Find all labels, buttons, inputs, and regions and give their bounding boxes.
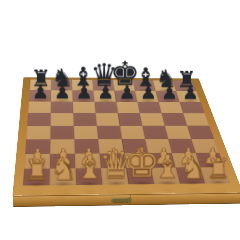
black-pawn[interactable]: ♟ — [182, 83, 199, 101]
square-c7[interactable]: ♟♟ — [72, 90, 94, 101]
square-a7[interactable]: ♟♟ — [29, 90, 51, 101]
square-e6[interactable] — [116, 102, 140, 114]
brass-clasp[interactable] — [111, 198, 129, 203]
square-c4[interactable] — [74, 126, 98, 139]
square-e4[interactable] — [120, 126, 145, 139]
board-front-edge — [13, 193, 240, 208]
white-bishop[interactable]: ♝ — [75, 152, 104, 184]
square-c1[interactable]: ♝♝ — [76, 168, 103, 185]
square-h7[interactable]: ♟♟ — [176, 91, 200, 102]
square-d5[interactable] — [96, 113, 120, 125]
black-pawn[interactable]: ♟ — [139, 83, 156, 102]
square-f6[interactable] — [137, 102, 161, 114]
black-pawn[interactable]: ♟ — [75, 82, 92, 101]
square-e5[interactable] — [118, 113, 143, 125]
square-g7[interactable]: ♟♟ — [156, 91, 180, 102]
white-rook[interactable]: ♜ — [23, 156, 49, 185]
square-e7[interactable]: ♟♟ — [114, 91, 137, 102]
square-d6[interactable] — [94, 102, 117, 114]
squares-grid: ♜♜♞♞♝♝♛♛♚♚♝♝♞♞♜♜♟♟♟♟♟♟♟♟♟♟♟♟♟♟♟♟♟♟♟♟♟♟♟♟… — [23, 80, 231, 186]
square-h5[interactable] — [183, 113, 209, 125]
board-top-face: ♜♜♞♞♝♝♛♛♚♚♝♝♞♞♜♜♟♟♟♟♟♟♟♟♟♟♟♟♟♟♟♟♟♟♟♟♟♟♟♟… — [13, 77, 240, 195]
square-c5[interactable] — [73, 113, 97, 126]
square-b1[interactable]: ♞♞ — [50, 169, 77, 186]
square-b4[interactable] — [50, 126, 74, 139]
square-a5[interactable] — [27, 113, 51, 126]
board-left-edge — [13, 77, 24, 206]
square-a1[interactable]: ♜♜ — [23, 169, 50, 186]
perspective-scene: ♜♜♞♞♝♝♛♛♚♚♝♝♞♞♜♜♟♟♟♟♟♟♟♟♟♟♟♟♟♟♟♟♟♟♟♟♟♟♟♟… — [0, 0, 240, 240]
square-b6[interactable] — [51, 101, 74, 113]
square-f7[interactable]: ♟♟ — [135, 91, 158, 102]
black-pawn[interactable]: ♟ — [161, 83, 178, 102]
white-rook[interactable]: ♜ — [205, 155, 230, 183]
square-b5[interactable] — [51, 113, 74, 126]
square-f5[interactable] — [140, 113, 165, 125]
black-pawn[interactable]: ♟ — [118, 82, 135, 101]
square-h6[interactable] — [180, 102, 205, 114]
square-a4[interactable] — [26, 126, 50, 139]
white-knight[interactable]: ♞ — [49, 153, 77, 184]
square-h4[interactable] — [187, 126, 214, 139]
square-c6[interactable] — [73, 101, 96, 113]
product-photo-stage: ♜♜♞♞♝♝♛♛♚♚♝♝♞♞♜♜♟♟♟♟♟♟♟♟♟♟♟♟♟♟♟♟♟♟♟♟♟♟♟♟… — [0, 0, 240, 240]
square-d4[interactable] — [97, 126, 122, 139]
chess-board: ♜♜♞♞♝♝♛♛♚♚♝♝♞♞♜♜♟♟♟♟♟♟♟♟♟♟♟♟♟♟♟♟♟♟♟♟♟♟♟♟… — [13, 77, 240, 195]
square-b7[interactable]: ♟♟ — [51, 90, 73, 101]
black-pawn[interactable]: ♟ — [97, 82, 114, 101]
square-a6[interactable] — [28, 101, 51, 113]
square-d7[interactable]: ♟♟ — [93, 90, 116, 101]
black-pawn[interactable]: ♟ — [31, 82, 48, 101]
white-knight[interactable]: ♞ — [179, 153, 206, 183]
black-pawn[interactable]: ♟ — [53, 82, 70, 101]
square-d1[interactable]: ♛♛ — [101, 168, 129, 184]
